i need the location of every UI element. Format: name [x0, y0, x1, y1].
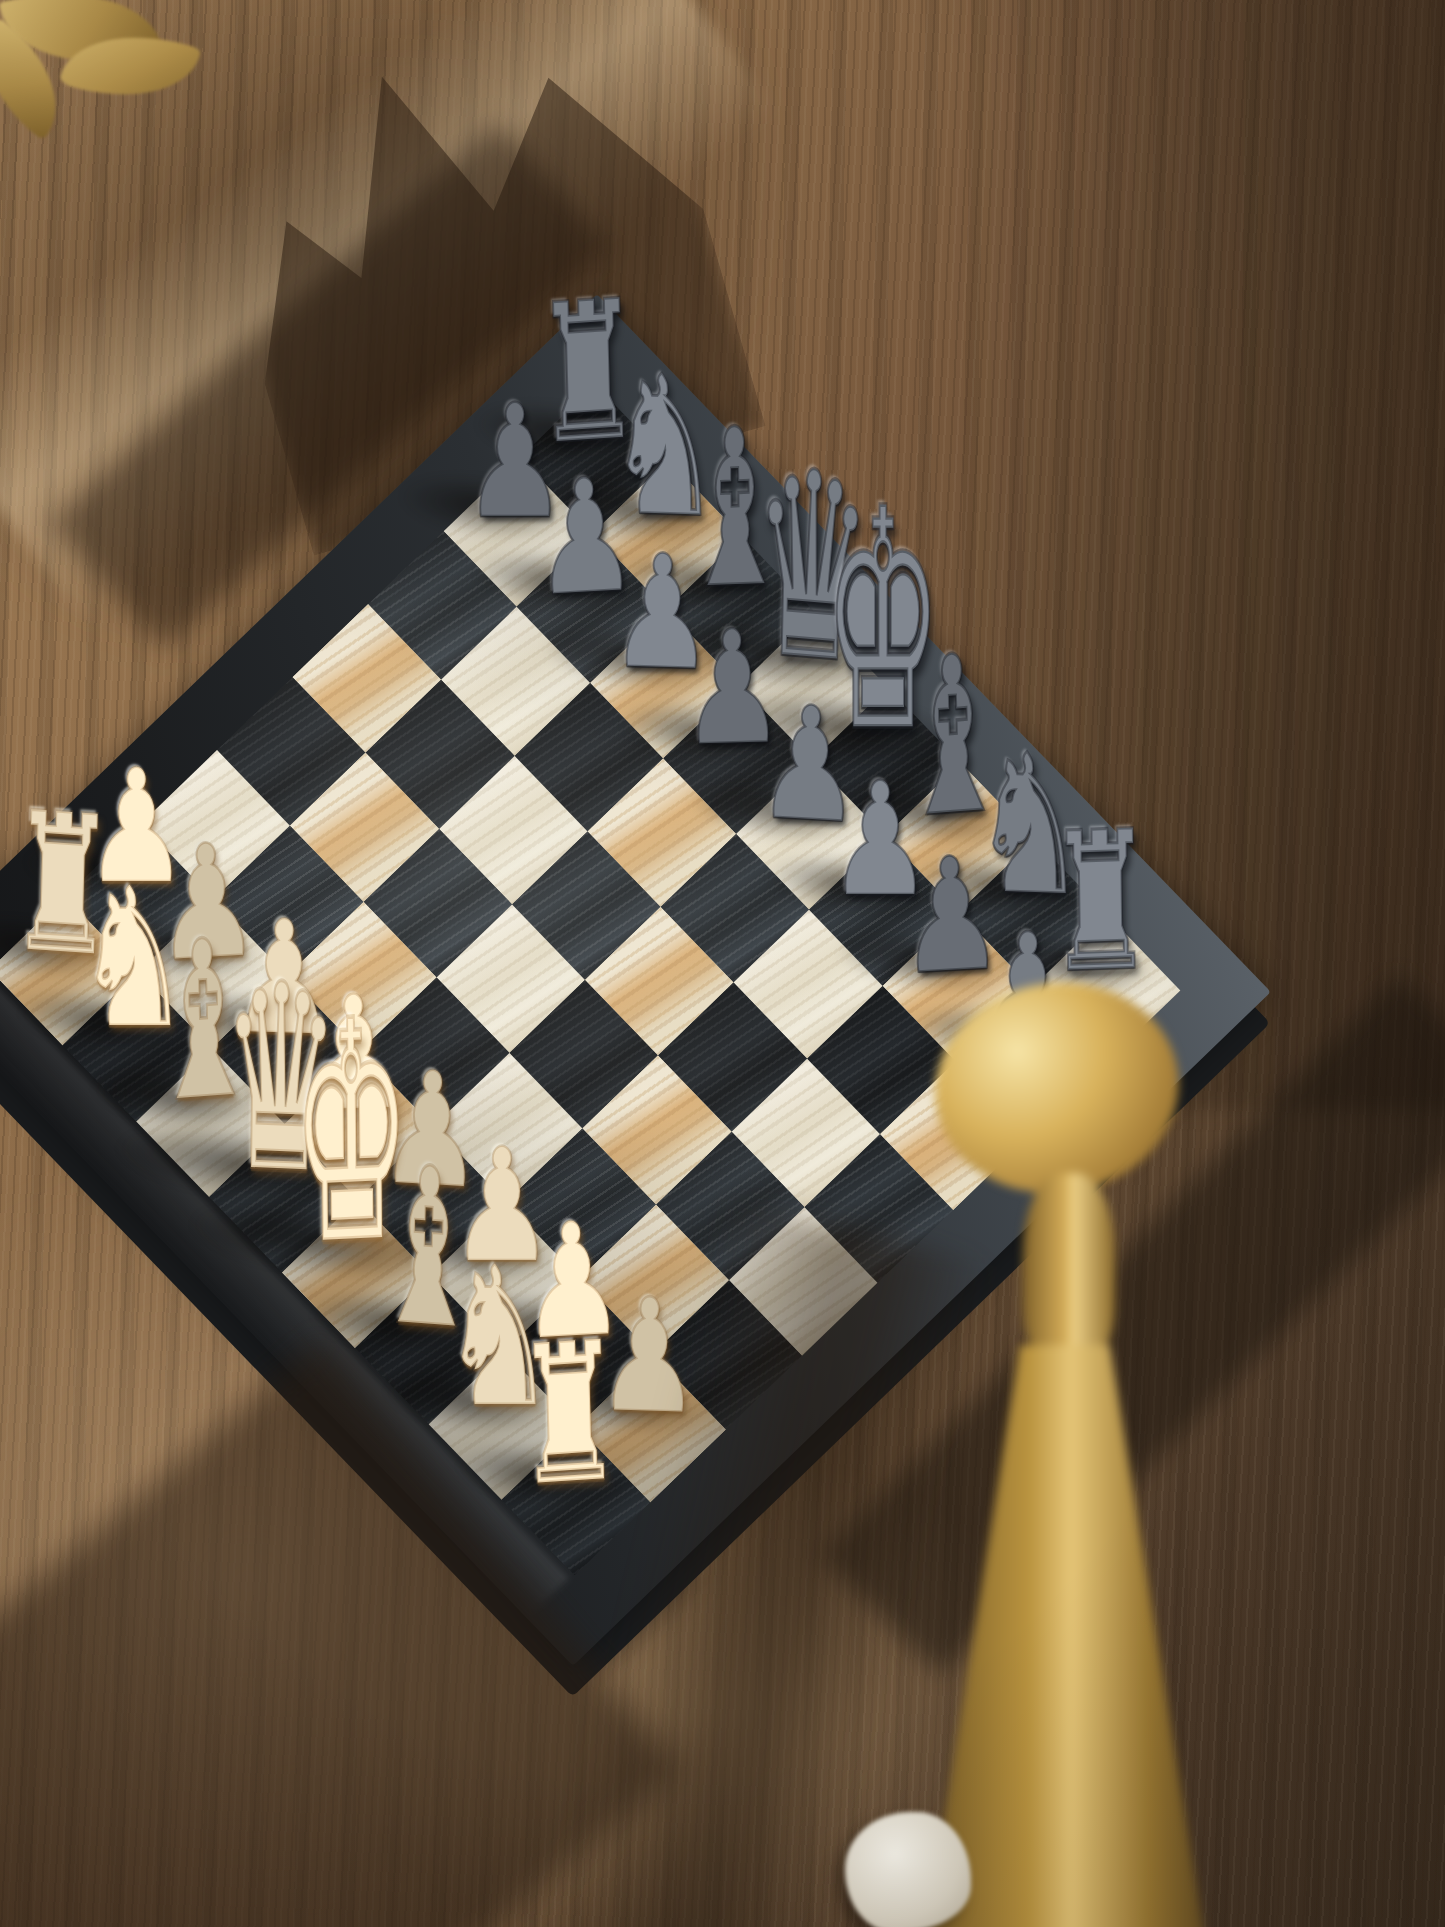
candlestick-neck	[1023, 1173, 1115, 1363]
brass-candlestick	[905, 965, 1245, 1927]
white-pebble	[845, 1812, 971, 1927]
piece-glyph: ♜	[515, 1320, 625, 1509]
photo-scene: ♜♞♝♛♚♝♞♜♟♟♟♟♟♟♟♟♟♟♟♟♟♟♟♟♜♞♝♛♚♝♞♜	[0, 0, 1445, 1927]
